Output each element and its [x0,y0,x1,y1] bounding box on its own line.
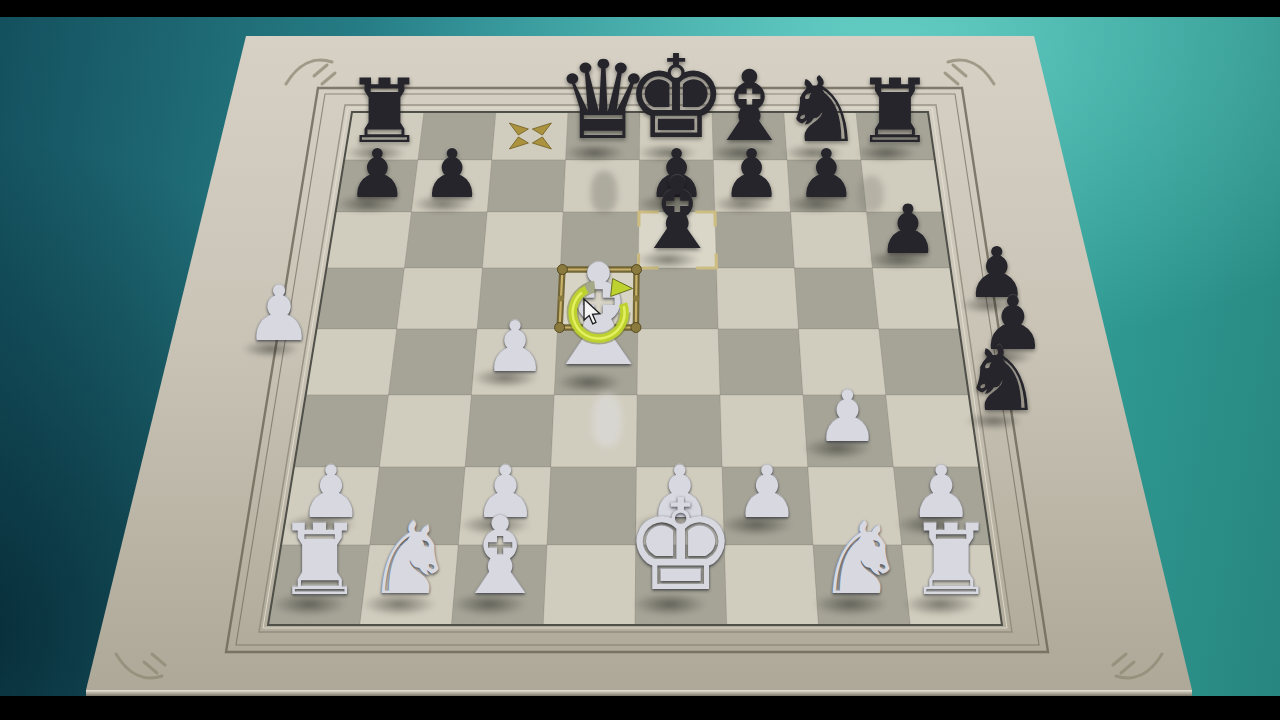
square-b6[interactable] [405,212,488,268]
piece-black-pawn-b7[interactable]: ♟ [422,141,482,208]
square-f1[interactable] [724,545,818,625]
square-b4[interactable] [389,329,478,395]
square-d1[interactable] [543,545,636,625]
square-f4[interactable] [718,329,803,395]
piece-white-bishop-d5[interactable]: ♝ [536,246,662,386]
square-d3[interactable] [551,395,637,467]
square-g5[interactable] [795,268,879,329]
piece-white-pawn-f2[interactable]: ♟ [735,457,799,529]
square-d7[interactable] [563,160,639,212]
captured-piece-white-pawn: ♟ [245,276,313,352]
chess-titans-window: ♜♛♚♝♞♜♟♟♟♟♟♝♟♟♟♟♟♝♞♟♟♟♟♟♟♜♞♝♚♞♜ [0,0,1280,720]
square-a5[interactable] [317,268,405,329]
piece-white-rook-h1[interactable]: ♜ [907,512,994,609]
piece-white-knight-b1[interactable]: ♞ [365,509,454,609]
square-h4[interactable] [879,329,969,395]
square-h5[interactable] [873,268,960,329]
square-g6[interactable] [791,212,873,268]
square-f5[interactable] [717,268,799,329]
piece-white-king-e1[interactable]: ♚ [624,483,737,609]
square-f6[interactable] [715,212,795,268]
piece-black-pawn-a7[interactable]: ♟ [347,141,407,208]
square-c7[interactable] [487,160,565,212]
captured-piece-black-knight: ♞ [962,334,1043,424]
square-a4[interactable] [306,329,397,395]
piece-white-pawn-g3[interactable]: ♟ [816,382,880,453]
piece-black-pawn-h6[interactable]: ♟ [878,196,939,264]
piece-white-bishop-c1[interactable]: ♝ [452,502,548,609]
piece-black-rook-h8[interactable]: ♜ [855,68,934,157]
square-b5[interactable] [397,268,483,329]
letterbox-bar-bottom [0,696,1280,720]
letterbox-bar-top [0,0,1280,17]
square-b3[interactable] [380,395,472,467]
piece-black-pawn-f7[interactable]: ♟ [721,141,781,208]
piece-white-rook-a1[interactable]: ♜ [276,512,363,609]
square-a6[interactable] [327,212,412,268]
piece-white-knight-g1[interactable]: ♞ [816,509,905,609]
piece-black-pawn-g7[interactable]: ♟ [796,141,856,208]
